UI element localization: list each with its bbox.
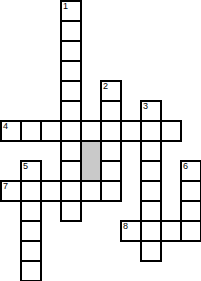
crossword-board: 12345678 — [0, 0, 201, 281]
crossword-cell-c7-r9[interactable] — [140, 180, 162, 202]
crossword-cell-c4-r9[interactable] — [80, 180, 102, 202]
shaded-cell-block — [80, 140, 102, 182]
clue-number-3: 3 — [143, 102, 148, 111]
crossword-cell-c3-r5[interactable] — [60, 100, 82, 122]
clue-number-1: 1 — [63, 2, 68, 11]
crossword-cell-c2-r9[interactable] — [40, 180, 62, 202]
crossword-cell-c8-r6[interactable] — [160, 120, 182, 142]
crossword-cell-c7-r8[interactable] — [140, 160, 162, 182]
crossword-cell-c1-r12[interactable] — [20, 240, 42, 262]
crossword-cell-c4-r6[interactable] — [80, 120, 102, 142]
crossword-cell-c2-r6[interactable] — [40, 120, 62, 142]
clue-number-5: 5 — [23, 162, 28, 171]
crossword-cell-c5-r6[interactable] — [100, 120, 122, 142]
crossword-cell-c1-r6[interactable] — [20, 120, 42, 142]
crossword-cell-c3-r8[interactable] — [60, 160, 82, 182]
crossword-cell-c7-r11[interactable] — [140, 220, 162, 242]
crossword-cell-c5-r5[interactable] — [100, 100, 122, 122]
crossword-cell-c3-r6[interactable] — [60, 120, 82, 142]
crossword-cell-c3-r10[interactable] — [60, 200, 82, 222]
crossword-cell-c9-r8[interactable]: 6 — [180, 160, 201, 182]
crossword-cell-c7-r6[interactable] — [140, 120, 162, 142]
crossword-cell-c7-r10[interactable] — [140, 200, 162, 222]
crossword-cell-c8-r11[interactable] — [160, 220, 182, 242]
crossword-cell-c5-r9[interactable] — [100, 180, 122, 202]
crossword-cell-c6-r11[interactable]: 8 — [120, 220, 142, 242]
crossword-cell-c1-r10[interactable] — [20, 200, 42, 222]
crossword-cell-c9-r10[interactable] — [180, 200, 201, 222]
crossword-cell-c7-r7[interactable] — [140, 140, 162, 162]
clue-number-2: 2 — [103, 82, 108, 91]
crossword-cell-c7-r5[interactable]: 3 — [140, 100, 162, 122]
crossword-cell-c1-r11[interactable] — [20, 220, 42, 242]
crossword-cell-c9-r9[interactable] — [180, 180, 201, 202]
crossword-cell-c9-r11[interactable] — [180, 220, 201, 242]
crossword-cell-c6-r6[interactable] — [120, 120, 142, 142]
crossword-cell-c3-r2[interactable] — [60, 40, 82, 62]
clue-number-6: 6 — [183, 162, 188, 171]
crossword-cell-c5-r8[interactable] — [100, 160, 122, 182]
clue-number-4: 4 — [3, 122, 8, 131]
crossword-cell-c0-r6[interactable]: 4 — [0, 120, 22, 142]
crossword-cell-c1-r9[interactable] — [20, 180, 42, 202]
crossword-cell-c0-r9[interactable]: 7 — [0, 180, 22, 202]
crossword-cell-c3-r9[interactable] — [60, 180, 82, 202]
crossword-cell-c3-r3[interactable] — [60, 60, 82, 82]
crossword-cell-c5-r4[interactable]: 2 — [100, 80, 122, 102]
crossword-cell-c3-r7[interactable] — [60, 140, 82, 162]
crossword-cell-c3-r4[interactable] — [60, 80, 82, 102]
clue-number-8: 8 — [123, 222, 128, 231]
clue-number-7: 7 — [3, 182, 8, 191]
crossword-cell-c3-r1[interactable] — [60, 20, 82, 42]
crossword-cell-c5-r7[interactable] — [100, 140, 122, 162]
crossword-cell-c1-r13[interactable] — [20, 260, 42, 281]
crossword-cell-c7-r12[interactable] — [140, 240, 162, 262]
crossword-page: 12345678 — [0, 0, 201, 281]
crossword-cell-c1-r8[interactable]: 5 — [20, 160, 42, 182]
crossword-cell-c3-r0[interactable]: 1 — [60, 0, 82, 22]
